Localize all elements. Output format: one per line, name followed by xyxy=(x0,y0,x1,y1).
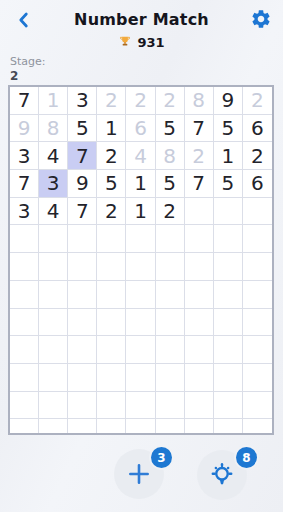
cell-r6c2 xyxy=(39,225,68,253)
cell-r11c2 xyxy=(39,364,68,392)
cell-r4c7[interactable]: 7 xyxy=(185,170,214,198)
cell-r13c4 xyxy=(97,419,126,435)
cell-r9c9 xyxy=(243,309,272,337)
cell-r7c3 xyxy=(68,253,97,281)
cell-r3c2[interactable]: 4 xyxy=(39,142,68,170)
cell-r11c1 xyxy=(10,364,39,392)
cell-r13c8 xyxy=(214,419,243,435)
cell-r1c6[interactable]: 2 xyxy=(156,87,185,115)
cell-r8c5 xyxy=(126,281,155,309)
cell-r8c4 xyxy=(97,281,126,309)
cell-r6c7 xyxy=(185,225,214,253)
cell-r9c6 xyxy=(156,309,185,337)
page-title: Number Match xyxy=(0,10,283,29)
cell-r2c9[interactable]: 6 xyxy=(243,115,272,143)
cell-r2c5[interactable]: 6 xyxy=(126,115,155,143)
cell-r2c2[interactable]: 8 xyxy=(39,115,68,143)
cell-r11c6 xyxy=(156,364,185,392)
cell-r9c7 xyxy=(185,309,214,337)
cell-r4c4[interactable]: 5 xyxy=(97,170,126,198)
cell-r4c9[interactable]: 6 xyxy=(243,170,272,198)
cell-r10c2 xyxy=(39,336,68,364)
cell-r3c5[interactable]: 4 xyxy=(126,142,155,170)
cell-r7c9 xyxy=(243,253,272,281)
cell-r7c4 xyxy=(97,253,126,281)
cell-r8c3 xyxy=(68,281,97,309)
cell-r8c2 xyxy=(39,281,68,309)
cell-r8c8 xyxy=(214,281,243,309)
cell-r6c1 xyxy=(10,225,39,253)
stage-value: 2 xyxy=(10,69,46,84)
cell-r11c3 xyxy=(68,364,97,392)
cell-r1c1[interactable]: 7 xyxy=(10,87,39,115)
cell-r10c5 xyxy=(126,336,155,364)
cell-r12c6 xyxy=(156,392,185,420)
cell-r3c6[interactable]: 8 xyxy=(156,142,185,170)
cell-r9c8 xyxy=(214,309,243,337)
cell-r2c1[interactable]: 9 xyxy=(10,115,39,143)
gear-icon xyxy=(250,8,272,30)
cell-r12c5 xyxy=(126,392,155,420)
cell-r4c6[interactable]: 5 xyxy=(156,170,185,198)
cell-r2c8[interactable]: 5 xyxy=(214,115,243,143)
cell-r10c3 xyxy=(68,336,97,364)
cell-r11c8 xyxy=(214,364,243,392)
cell-r3c1[interactable]: 3 xyxy=(10,142,39,170)
cell-r1c4[interactable]: 2 xyxy=(97,87,126,115)
cell-r10c9 xyxy=(243,336,272,364)
cell-r12c7 xyxy=(185,392,214,420)
cell-r1c2[interactable]: 1 xyxy=(39,87,68,115)
cell-r11c9 xyxy=(243,364,272,392)
cell-r3c4[interactable]: 2 xyxy=(97,142,126,170)
cell-r5c7 xyxy=(185,198,214,226)
cell-r6c8 xyxy=(214,225,243,253)
cell-r12c1 xyxy=(10,392,39,420)
cell-r2c6[interactable]: 5 xyxy=(156,115,185,143)
board-grid: 7132228929851657563472482127395157563472… xyxy=(8,85,274,435)
cell-r5c8 xyxy=(214,198,243,226)
cell-r12c4 xyxy=(97,392,126,420)
cell-r2c4[interactable]: 1 xyxy=(97,115,126,143)
cell-r4c1[interactable]: 7 xyxy=(10,170,39,198)
app-screen: Number Match 931 Stage: 2 71322289298516… xyxy=(0,0,283,512)
cell-r1c9[interactable]: 2 xyxy=(243,87,272,115)
cell-r13c3 xyxy=(68,419,97,435)
stage-indicator: Stage: 2 xyxy=(10,55,46,84)
cell-r13c9 xyxy=(243,419,272,435)
cell-r9c5 xyxy=(126,309,155,337)
cell-r7c2 xyxy=(39,253,68,281)
lightbulb-icon xyxy=(207,460,237,490)
cell-r13c6 xyxy=(156,419,185,435)
stage-label: Stage: xyxy=(10,55,46,69)
cell-r1c8[interactable]: 9 xyxy=(214,87,243,115)
cell-r13c1 xyxy=(10,419,39,435)
cell-r7c1 xyxy=(10,253,39,281)
cell-r6c4 xyxy=(97,225,126,253)
cell-r3c8[interactable]: 1 xyxy=(214,142,243,170)
score-value: 931 xyxy=(137,35,164,50)
cell-r2c3[interactable]: 5 xyxy=(68,115,97,143)
cell-r5c6[interactable]: 2 xyxy=(156,198,185,226)
cell-r5c3[interactable]: 7 xyxy=(68,198,97,226)
cell-r5c9 xyxy=(243,198,272,226)
cell-r11c5 xyxy=(126,364,155,392)
cell-r6c3 xyxy=(68,225,97,253)
cell-r10c7 xyxy=(185,336,214,364)
cell-r9c4 xyxy=(97,309,126,337)
cell-r6c9 xyxy=(243,225,272,253)
cell-r8c6 xyxy=(156,281,185,309)
cell-r5c1[interactable]: 3 xyxy=(10,198,39,226)
score-row: 931 xyxy=(0,33,283,51)
hint-badge[interactable]: 8 xyxy=(236,447,257,468)
cell-r4c2[interactable]: 3 xyxy=(39,170,68,198)
plus-icon xyxy=(126,461,152,487)
cell-r12c8 xyxy=(214,392,243,420)
settings-button[interactable] xyxy=(250,8,272,30)
cell-r6c6 xyxy=(156,225,185,253)
cell-r10c1 xyxy=(10,336,39,364)
cell-r6c5 xyxy=(126,225,155,253)
cell-r9c2 xyxy=(39,309,68,337)
cell-r1c3[interactable]: 3 xyxy=(68,87,97,115)
cell-r9c3 xyxy=(68,309,97,337)
trophy-icon xyxy=(118,35,132,49)
cell-r1c5[interactable]: 2 xyxy=(126,87,155,115)
cell-r7c8 xyxy=(214,253,243,281)
cell-r13c7 xyxy=(185,419,214,435)
cell-r7c6 xyxy=(156,253,185,281)
cell-r3c3[interactable]: 7 xyxy=(68,142,97,170)
cell-r4c8[interactable]: 5 xyxy=(214,170,243,198)
cell-r3c9[interactable]: 2 xyxy=(243,142,272,170)
cell-r11c4 xyxy=(97,364,126,392)
cell-r3c7[interactable]: 2 xyxy=(185,142,214,170)
cell-r8c7 xyxy=(185,281,214,309)
cell-r5c5[interactable]: 1 xyxy=(126,198,155,226)
cell-r10c4 xyxy=(97,336,126,364)
cell-r4c5[interactable]: 1 xyxy=(126,170,155,198)
add-numbers-badge[interactable]: 3 xyxy=(151,447,172,468)
cell-r12c3 xyxy=(68,392,97,420)
cell-r5c2[interactable]: 4 xyxy=(39,198,68,226)
cell-r4c3[interactable]: 9 xyxy=(68,170,97,198)
cell-r9c1 xyxy=(10,309,39,337)
cell-r7c5 xyxy=(126,253,155,281)
cell-r10c6 xyxy=(156,336,185,364)
cell-r2c7[interactable]: 7 xyxy=(185,115,214,143)
cell-r1c7[interactable]: 8 xyxy=(185,87,214,115)
cell-r10c8 xyxy=(214,336,243,364)
cell-r8c1 xyxy=(10,281,39,309)
cell-r7c7 xyxy=(185,253,214,281)
cell-r11c7 xyxy=(185,364,214,392)
cell-r8c9 xyxy=(243,281,272,309)
cell-r5c4[interactable]: 2 xyxy=(97,198,126,226)
cell-r13c5 xyxy=(126,419,155,435)
cell-r12c9 xyxy=(243,392,272,420)
cell-r12c2 xyxy=(39,392,68,420)
cell-r13c2 xyxy=(39,419,68,435)
